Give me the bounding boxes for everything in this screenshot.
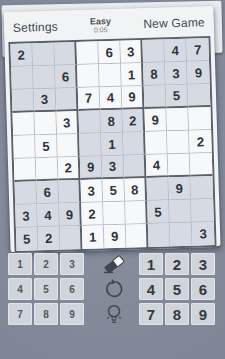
sudoku-cell-r8c4[interactable]: 2 [81, 202, 104, 226]
sudoku-cell-r3c8[interactable]: 5 [166, 85, 189, 109]
sudoku-cell-r7c1[interactable] [15, 181, 38, 205]
sudoku-cell-r1c7[interactable] [142, 39, 165, 63]
sudoku-cell-r8c7[interactable]: 5 [147, 200, 170, 224]
sudoku-cell-r8c6[interactable] [125, 201, 148, 225]
notes-pad-button-9[interactable]: 9 [60, 303, 84, 325]
sudoku-cell-r9c3[interactable] [60, 226, 83, 250]
sudoku-board-card: Settings Easy 0:05 New Game 263476183937… [3, 6, 220, 252]
sudoku-cell-r7c9[interactable] [190, 176, 213, 200]
number-pad-button-4[interactable]: 4 [139, 278, 163, 300]
sudoku-cell-r8c3[interactable]: 9 [59, 203, 82, 227]
sudoku-cell-r5c1[interactable] [13, 135, 36, 159]
sudoku-cell-r5c9[interactable]: 2 [189, 130, 212, 154]
notes-pad-button-6[interactable]: 6 [60, 278, 84, 300]
number-pad-button-6[interactable]: 6 [191, 278, 215, 300]
notes-pad-button-8[interactable]: 8 [34, 303, 58, 325]
sudoku-cell-r5c3[interactable] [57, 134, 80, 158]
sudoku-cell-r4c1[interactable] [12, 112, 35, 136]
difficulty-label: Easy [90, 17, 111, 27]
undo-icon [103, 278, 125, 300]
sudoku-cell-r7c6[interactable]: 8 [124, 178, 147, 202]
eraser-button[interactable] [92, 253, 136, 275]
settings-button[interactable]: Settings [13, 20, 58, 35]
sudoku-cell-r6c2[interactable] [36, 158, 59, 182]
sudoku-cell-r4c3[interactable]: 3 [56, 111, 79, 135]
app-screen: Settings Easy 0:05 New Game 263476183937… [0, 0, 225, 359]
main-number-pad: 123456789 [139, 253, 215, 325]
sudoku-cell-r9c9[interactable]: 3 [192, 222, 215, 246]
sudoku-cell-r4c8[interactable] [166, 108, 189, 132]
sudoku-cell-r3c7[interactable] [144, 85, 167, 109]
number-pad-button-3[interactable]: 3 [191, 253, 215, 275]
eraser-icon [101, 253, 127, 275]
sudoku-cell-r2c1[interactable] [11, 66, 34, 90]
sudoku-cell-r2c2[interactable] [33, 66, 56, 90]
sudoku-cell-r6c8[interactable] [168, 154, 191, 178]
sudoku-cell-r7c4[interactable]: 3 [80, 179, 103, 203]
sudoku-cell-r4c5[interactable]: 8 [100, 110, 123, 134]
sudoku-cell-r6c3[interactable]: 2 [58, 157, 81, 181]
new-game-button[interactable]: New Game [143, 15, 205, 31]
sudoku-cell-r3c4[interactable]: 7 [78, 87, 101, 111]
sudoku-grid: 2634761839374953829512293463589349255219… [8, 36, 216, 253]
sudoku-cell-r8c2[interactable]: 4 [37, 204, 60, 228]
sudoku-cell-r1c6[interactable]: 3 [120, 40, 143, 64]
sudoku-cell-r2c3[interactable]: 6 [55, 65, 78, 89]
lightbulb-icon [103, 302, 125, 326]
sudoku-cell-r9c1[interactable]: 5 [16, 227, 39, 251]
sudoku-cell-r5c6[interactable] [123, 132, 146, 156]
notes-pad-button-2[interactable]: 2 [34, 253, 58, 275]
sudoku-cell-r7c5[interactable]: 5 [102, 179, 125, 203]
number-pad-button-7[interactable]: 7 [139, 303, 163, 325]
sudoku-cell-r7c2[interactable]: 6 [37, 181, 60, 205]
sudoku-cell-r2c5[interactable] [99, 64, 122, 88]
sudoku-cell-r6c4[interactable]: 9 [80, 156, 103, 180]
sudoku-cell-r1c5[interactable]: 6 [98, 41, 121, 65]
number-pad-button-9[interactable]: 9 [191, 303, 215, 325]
sudoku-cell-r3c9[interactable] [188, 84, 211, 108]
sudoku-cell-r9c4[interactable]: 1 [82, 225, 105, 249]
sudoku-cell-r8c1[interactable]: 3 [15, 204, 38, 228]
sudoku-cell-r5c7[interactable] [145, 131, 168, 155]
hint-button[interactable] [92, 303, 136, 325]
number-pad-button-2[interactable]: 2 [165, 253, 189, 275]
sudoku-cell-r1c2[interactable] [32, 43, 55, 67]
sudoku-cell-r3c3[interactable] [56, 88, 79, 112]
number-pad-button-5[interactable]: 5 [165, 278, 189, 300]
sudoku-cell-r3c2[interactable]: 3 [34, 89, 57, 113]
sudoku-cell-r7c7[interactable] [146, 177, 169, 201]
sudoku-cell-r1c1[interactable]: 2 [10, 43, 33, 67]
sudoku-cell-r6c9[interactable] [190, 153, 213, 177]
sudoku-cell-r5c5[interactable]: 1 [101, 133, 124, 157]
undo-button[interactable] [92, 278, 136, 300]
sudoku-cell-r8c5[interactable] [103, 202, 126, 226]
timer-label: 0:05 [90, 26, 111, 34]
sudoku-cell-r6c7[interactable]: 4 [146, 154, 169, 178]
notes-pad-button-7[interactable]: 7 [8, 303, 32, 325]
sudoku-cell-r9c2[interactable]: 2 [38, 227, 61, 251]
sudoku-cell-r1c3[interactable] [54, 42, 77, 66]
notes-number-pad: 123456789 [8, 253, 84, 325]
sudoku-cell-r2c9[interactable]: 9 [187, 61, 210, 85]
notes-pad-button-3[interactable]: 3 [60, 253, 84, 275]
number-pad-button-1[interactable]: 1 [139, 253, 163, 275]
sudoku-cell-r2c8[interactable]: 3 [165, 62, 188, 86]
difficulty-timer-block: Easy 0:05 [90, 17, 112, 34]
sudoku-cell-r7c8[interactable]: 9 [168, 177, 191, 201]
sudoku-cell-r2c6[interactable]: 1 [121, 63, 144, 87]
sudoku-cell-r2c4[interactable] [77, 64, 100, 88]
sudoku-cell-r8c9[interactable] [191, 199, 214, 223]
sudoku-cell-r4c2[interactable] [34, 112, 57, 136]
sudoku-cell-r4c6[interactable]: 2 [122, 109, 145, 133]
sudoku-cell-r7c3[interactable] [59, 180, 82, 204]
sudoku-cell-r9c7[interactable] [148, 223, 171, 247]
sudoku-cell-r1c9[interactable]: 7 [186, 38, 209, 62]
sudoku-cell-r8c8[interactable] [169, 200, 192, 224]
notes-pad-button-5[interactable]: 5 [34, 278, 58, 300]
notes-pad-button-1[interactable]: 1 [8, 253, 32, 275]
sudoku-cell-r6c1[interactable] [14, 158, 37, 182]
sudoku-cell-r5c8[interactable] [167, 131, 190, 155]
tool-buttons [92, 253, 136, 325]
sudoku-cell-r4c7[interactable]: 9 [144, 108, 167, 132]
sudoku-cell-r3c5[interactable]: 4 [100, 87, 123, 111]
sudoku-cell-r9c8[interactable] [170, 223, 193, 247]
sudoku-cell-r4c4[interactable] [78, 110, 101, 134]
sudoku-cell-r9c5[interactable]: 9 [104, 225, 127, 249]
sudoku-cell-r3c1[interactable] [12, 89, 35, 113]
sudoku-cell-r5c4[interactable] [79, 133, 102, 157]
sudoku-cell-r1c4[interactable] [76, 41, 99, 65]
sudoku-cell-r5c2[interactable]: 5 [35, 135, 58, 159]
sudoku-cell-r3c6[interactable]: 9 [122, 86, 145, 110]
sudoku-cell-r1c8[interactable]: 4 [164, 39, 187, 63]
sudoku-cell-r6c5[interactable]: 3 [102, 156, 125, 180]
sudoku-cell-r2c7[interactable]: 8 [143, 62, 166, 86]
sudoku-cell-r6c6[interactable] [124, 155, 147, 179]
sudoku-cell-r4c9[interactable] [188, 107, 211, 131]
sudoku-cell-r9c6[interactable] [126, 224, 149, 248]
notes-pad-button-4[interactable]: 4 [8, 278, 32, 300]
number-pad-button-8[interactable]: 8 [165, 303, 189, 325]
